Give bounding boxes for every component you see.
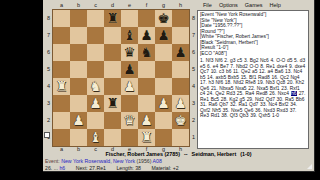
menu-item-help[interactable]: Help [270,2,281,8]
square-d3[interactable]: ♜ [104,95,121,112]
square-h2[interactable]: ♚ [172,112,189,129]
square-c6[interactable] [87,44,104,61]
square-f6[interactable]: ♞ [138,44,155,61]
square-a3[interactable] [53,95,70,112]
square-g1[interactable] [155,129,172,146]
material-value: +2 [173,165,179,171]
window-resize-grip[interactable] [307,164,312,169]
square-d6[interactable] [104,44,121,61]
square-e1[interactable] [121,129,138,146]
square-b5[interactable] [70,61,87,78]
white-pawn-g3: ♟ [157,95,169,112]
square-e5[interactable]: ♟ [121,61,138,78]
rank-label-right-5: 5 [190,61,197,78]
white-bishop-c1: ♝ [89,129,101,146]
rank-label-right-3: 3 [190,95,197,112]
square-e4[interactable]: ♟ [121,78,138,95]
square-h6[interactable]: ♟ [172,44,189,61]
rank-label-left-3: 3 [45,95,52,112]
square-e8[interactable] [121,10,138,27]
rank-label-left-5: 5 [45,61,52,78]
white-pawn-b2: ♟ [72,112,84,129]
black-knight-f6: ♞ [140,44,152,61]
rank-label-right-1: 1 [190,129,197,146]
next-label: Next: [76,165,88,171]
black-rook-d8: ♜ [106,10,118,27]
menu-item-games[interactable]: Games [245,2,263,8]
rank-label-right-8: 8 [190,10,197,27]
square-f8[interactable] [138,10,155,27]
event-label: Event: [45,158,60,164]
square-f5[interactable] [138,61,155,78]
players-bar: Fischer, Robert James (2785)--Seidman, H… [43,151,314,157]
square-b6[interactable] [70,44,87,61]
rank-label-left-6: 6 [45,44,52,61]
black-pawn-e5: ♟ [123,61,135,78]
white-knight-c4: ♞ [89,78,101,95]
white-player-label: Fischer, Robert James (2785) [105,151,180,157]
square-c5[interactable] [87,61,104,78]
square-g8[interactable]: ♚ [155,10,172,27]
white-queen-e2: ♛ [123,112,135,129]
rank-label-left-4: 4 [45,78,52,95]
black-pawn-h6: ♟ [174,44,186,61]
black-bishop-e7: ♝ [123,27,135,44]
rank-label-right-7: 7 [190,27,197,44]
rank-label-left-2: 2 [45,112,52,129]
white-rook-f1: ♜ [140,129,152,146]
square-c7[interactable] [87,27,104,44]
square-g2[interactable] [155,112,172,129]
square-a2[interactable] [53,112,70,129]
square-a5[interactable] [53,61,70,78]
square-g5[interactable] [155,61,172,78]
square-h8[interactable] [172,10,189,27]
chess-viewer-window: FileOptionsGamesHelp ♜♚♝♟♟♛♞♟♟♜♞♟♟♜♟♟♟♛♟… [43,0,315,172]
rank-label-left-7: 7 [45,27,52,44]
square-a6[interactable] [53,44,70,61]
square-d2[interactable] [104,112,121,129]
black-pawn-g7: ♟ [157,27,169,44]
screen: { "game": "chess", "app": { "menu_items"… [0,0,320,180]
square-e3[interactable] [121,95,138,112]
event-value[interactable]: New York Rosenwald, New York [61,158,135,164]
file-label-top-d: d [104,2,121,9]
square-d8[interactable]: ♜ [104,10,121,27]
square-a7[interactable] [53,27,70,44]
pgn-header-line: [ECO "A08"] [200,51,306,57]
square-b3[interactable] [70,95,87,112]
white-rook-a4: ♜ [55,78,67,95]
menu-item-file[interactable]: File [203,2,212,8]
square-f3[interactable] [138,95,155,112]
square-c2[interactable] [87,112,104,129]
square-d7[interactable] [104,27,121,44]
file-label-top-c: c [87,2,104,9]
eco-code[interactable]: A08 [153,158,162,164]
move-status-bar: 26. ... h6 Next: 27.Re1 Length: 38 Mater… [45,165,188,171]
square-c1[interactable]: ♝ [87,129,104,146]
length-label: Length: [116,165,133,171]
square-c3[interactable]: ♟ [87,95,104,112]
square-c4[interactable]: ♞ [87,78,104,95]
square-h7[interactable] [172,27,189,44]
square-e7[interactable]: ♝ [121,27,138,44]
menu-item-options[interactable]: Options [219,2,238,8]
moves-before-current[interactable]: 1. Nf3 Nf6 2. g3 c5 3. Bg2 Nc6 4. O-O d5… [200,58,305,96]
square-e2[interactable]: ♛ [121,112,138,129]
length-value: 38 [135,165,141,171]
square-c8[interactable] [87,10,104,27]
white-to-move-indicator[interactable] [44,132,50,138]
event-bar: Event: New York Rosenwald, New York (195… [45,158,162,164]
file-label-top-a: a [53,2,70,9]
black-player-label: Seidman, Herbert [192,151,237,157]
file-label-top-b: b [70,2,87,9]
square-g3[interactable]: ♟ [155,95,172,112]
square-d5[interactable] [104,61,121,78]
result-label: (1-0) [240,151,251,157]
square-h1[interactable] [172,129,189,146]
square-e6[interactable]: ♛ [121,44,138,61]
next-move-value[interactable]: 27.Re1 [89,165,106,171]
square-b7[interactable] [70,27,87,44]
square-b8[interactable] [70,10,87,27]
black-pawn-f7: ♟ [140,27,152,44]
file-label-top-g: g [155,2,172,9]
move-list[interactable]: 1. Nf3 Nf6 2. g3 c5 3. Bg2 Nc6 4. O-O d5… [200,58,306,119]
black-rook-d3: ♜ [106,95,118,112]
white-pawn-f2: ♟ [140,112,152,129]
white-pawn-e4: ♟ [123,78,135,95]
square-f4[interactable] [138,78,155,95]
square-f2[interactable]: ♟ [138,112,155,129]
rank-label-left-8: 8 [45,10,52,27]
current-move-san[interactable]: h6 [59,165,65,171]
white-king-h2: ♚ [174,112,186,129]
square-d4[interactable] [104,78,121,95]
pgn-header-block: [Event "New York Rosenwald"][Site "New Y… [200,12,306,56]
square-b1[interactable] [70,129,87,146]
players-separator: -- [184,151,188,157]
square-f7[interactable]: ♟ [138,27,155,44]
square-a1[interactable] [53,129,70,146]
square-a4[interactable]: ♜ [53,78,70,95]
rank-label-right-6: 6 [190,44,197,61]
file-label-top-h: h [172,2,189,9]
square-h5[interactable] [172,61,189,78]
black-queen-e6: ♛ [123,44,135,61]
square-f1[interactable]: ♜ [138,129,155,146]
square-g4[interactable] [155,78,172,95]
square-g6[interactable] [155,44,172,61]
current-move-number: 26. ... [45,165,58,171]
rank-label-right-2: 2 [190,112,197,129]
material-label: Material: [151,165,171,171]
file-label-top-e: e [121,2,138,9]
square-h3[interactable]: ♟ [172,95,189,112]
chess-board[interactable]: ♜♚♝♟♟♛♞♟♟♜♞♟♟♜♟♟♟♛♟♚♝♜ [53,10,189,146]
square-g7[interactable]: ♟ [155,27,172,44]
square-b4[interactable] [70,78,87,95]
white-pawn-h3: ♟ [174,95,186,112]
black-king-g8: ♚ [157,10,169,27]
file-label-top-f: f [138,2,155,9]
rank-label-right-4: 4 [190,78,197,95]
square-h4[interactable] [172,78,189,95]
white-pawn-c3: ♟ [89,95,101,112]
square-a8[interactable] [53,10,70,27]
pgn-text-area[interactable]: [Event "New York Rosenwald"][Site "New Y… [197,10,309,149]
square-b2[interactable]: ♟ [70,112,87,129]
event-year: (1956) [136,158,151,164]
square-d1[interactable] [104,129,121,146]
